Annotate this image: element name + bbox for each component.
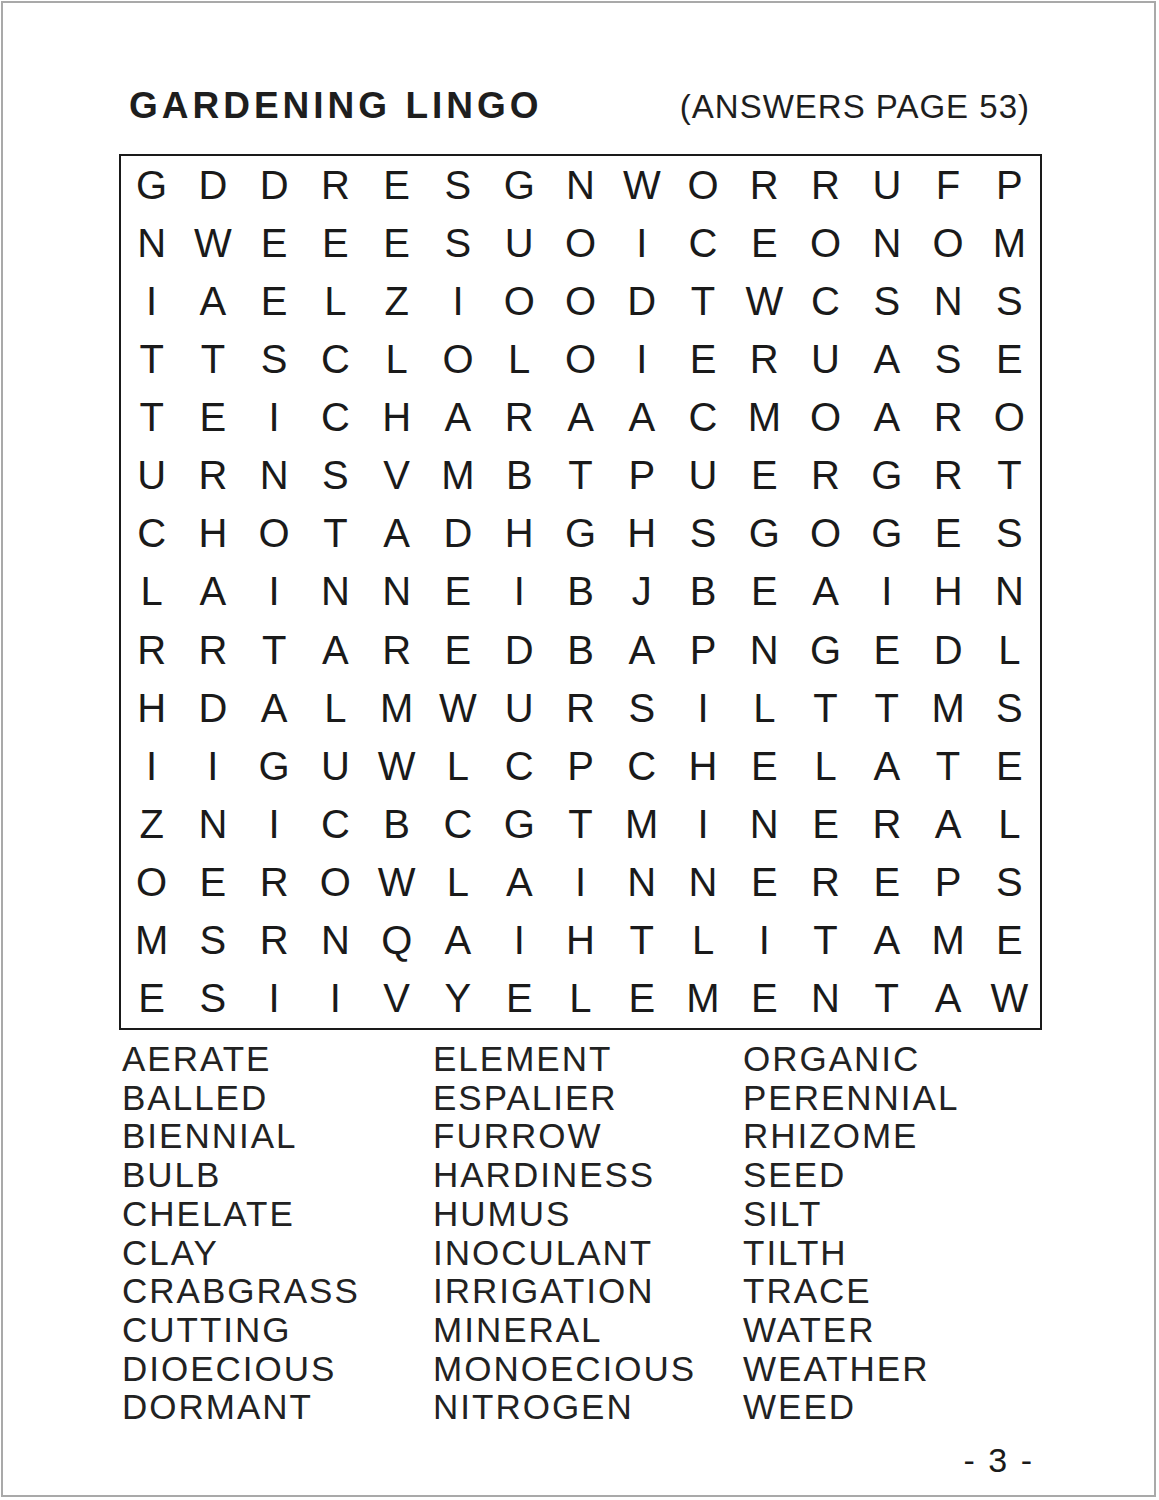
grid-cell[interactable]: O bbox=[795, 214, 856, 272]
puzzle-title: GARDENING LINGO bbox=[129, 87, 543, 124]
grid-cell[interactable]: I bbox=[244, 970, 305, 1028]
grid-cell[interactable]: H bbox=[182, 505, 243, 563]
grid-cell[interactable]: U bbox=[795, 330, 856, 388]
grid-cell[interactable]: O bbox=[550, 330, 611, 388]
word-list-item: ELEMENT bbox=[433, 1040, 696, 1079]
grid-cell[interactable]: P bbox=[611, 447, 672, 505]
grid-cell[interactable]: I bbox=[244, 563, 305, 621]
grid-cell[interactable]: R bbox=[734, 156, 795, 214]
grid-cell[interactable]: U bbox=[672, 447, 733, 505]
grid-cell[interactable]: T bbox=[917, 737, 978, 795]
word-list-item: CHELATE bbox=[122, 1195, 360, 1234]
grid-cell[interactable]: M bbox=[366, 679, 427, 737]
grid-cell[interactable]: S bbox=[917, 330, 978, 388]
page: GARDENING LINGO (ANSWERS PAGE 53) GDDRES… bbox=[1, 1, 1156, 1497]
grid-cell[interactable]: G bbox=[856, 447, 917, 505]
grid-cell[interactable]: T bbox=[182, 330, 243, 388]
grid-cell[interactable]: R bbox=[244, 912, 305, 970]
grid-cell[interactable]: T bbox=[550, 795, 611, 853]
word-list-item: WEED bbox=[743, 1388, 959, 1427]
grid-cell[interactable]: N bbox=[305, 563, 366, 621]
grid-cell[interactable]: G bbox=[121, 156, 182, 214]
grid-cell[interactable]: D bbox=[182, 156, 243, 214]
grid-cell[interactable]: M bbox=[917, 912, 978, 970]
grid-cell[interactable]: G bbox=[795, 621, 856, 679]
grid-cell[interactable]: A bbox=[244, 679, 305, 737]
word-list-column-1: AERATEBALLEDBIENNIALBULBCHELATECLAYCRABG… bbox=[122, 1040, 360, 1427]
grid-cell[interactable]: P bbox=[550, 737, 611, 795]
grid-cell[interactable]: A bbox=[489, 854, 550, 912]
grid-cell[interactable]: R bbox=[489, 389, 550, 447]
grid-cell[interactable]: L bbox=[550, 970, 611, 1028]
grid-cell[interactable]: R bbox=[795, 156, 856, 214]
grid-cell[interactable]: Z bbox=[366, 272, 427, 330]
grid-cell[interactable]: R bbox=[305, 156, 366, 214]
grid-cell[interactable]: W bbox=[611, 156, 672, 214]
grid-cell[interactable]: P bbox=[672, 621, 733, 679]
grid-cell[interactable]: N bbox=[366, 563, 427, 621]
grid-cell[interactable]: E bbox=[182, 854, 243, 912]
grid-cell[interactable]: M bbox=[734, 389, 795, 447]
word-list-item: CUTTING bbox=[122, 1311, 360, 1350]
grid-cell[interactable]: L bbox=[305, 272, 366, 330]
grid-cell[interactable]: O bbox=[550, 214, 611, 272]
grid-cell[interactable]: S bbox=[856, 272, 917, 330]
grid-cell[interactable]: H bbox=[489, 505, 550, 563]
grid-cell[interactable]: O bbox=[244, 505, 305, 563]
grid-cell[interactable]: D bbox=[182, 679, 243, 737]
word-list-item: TRACE bbox=[743, 1272, 959, 1311]
grid-cell[interactable]: E bbox=[917, 505, 978, 563]
page-number: - 3 - bbox=[964, 1441, 1034, 1480]
word-list-item: WATER bbox=[743, 1311, 959, 1350]
grid-cell[interactable]: S bbox=[427, 156, 488, 214]
word-list-column-3: ORGANICPERENNIALRHIZOMESEEDSILTTILTHTRAC… bbox=[743, 1040, 959, 1427]
grid-cell[interactable]: T bbox=[611, 912, 672, 970]
grid-cell[interactable]: O bbox=[917, 214, 978, 272]
grid-cell[interactable]: I bbox=[611, 214, 672, 272]
grid-cell[interactable]: I bbox=[672, 679, 733, 737]
grid-cell[interactable]: L bbox=[121, 563, 182, 621]
grid-cell[interactable]: R bbox=[795, 854, 856, 912]
grid-cell[interactable]: A bbox=[305, 621, 366, 679]
grid-cell[interactable]: O bbox=[795, 389, 856, 447]
grid-cell[interactable]: M bbox=[917, 679, 978, 737]
grid-cell[interactable]: G bbox=[856, 505, 917, 563]
grid-cell[interactable]: Q bbox=[366, 912, 427, 970]
grid-cell[interactable]: E bbox=[366, 156, 427, 214]
grid-cell[interactable]: D bbox=[427, 505, 488, 563]
grid-cell[interactable]: A bbox=[856, 912, 917, 970]
grid-cell[interactable]: H bbox=[121, 679, 182, 737]
grid-cell[interactable]: N bbox=[244, 447, 305, 505]
grid-cell[interactable]: A bbox=[856, 737, 917, 795]
word-list-item: MINERAL bbox=[433, 1311, 696, 1350]
grid-cell[interactable]: U bbox=[489, 679, 550, 737]
grid-cell[interactable]: E bbox=[611, 970, 672, 1028]
grid-cell[interactable]: O bbox=[795, 505, 856, 563]
grid-cell[interactable]: E bbox=[121, 970, 182, 1028]
word-list-item: ESPALIER bbox=[433, 1079, 696, 1118]
word-list-item: BIENNIAL bbox=[122, 1117, 360, 1156]
grid-cell[interactable]: U bbox=[305, 737, 366, 795]
grid-cell[interactable]: H bbox=[611, 505, 672, 563]
grid-cell[interactable]: M bbox=[611, 795, 672, 853]
grid-cell[interactable]: G bbox=[489, 156, 550, 214]
answers-note: (ANSWERS PAGE 53) bbox=[680, 90, 1030, 123]
grid-cell[interactable]: O bbox=[305, 854, 366, 912]
grid-cell[interactable]: W bbox=[979, 970, 1040, 1028]
grid-cell[interactable]: S bbox=[672, 505, 733, 563]
grid-cell[interactable]: A bbox=[795, 563, 856, 621]
grid-cell[interactable]: S bbox=[979, 679, 1040, 737]
grid-cell[interactable]: L bbox=[427, 854, 488, 912]
word-list-item: HARDINESS bbox=[433, 1156, 696, 1195]
grid-cell[interactable]: T bbox=[121, 389, 182, 447]
grid-cell[interactable]: G bbox=[244, 737, 305, 795]
grid-cell[interactable]: E bbox=[734, 447, 795, 505]
grid-cell[interactable]: A bbox=[550, 389, 611, 447]
word-list-item: NITROGEN bbox=[433, 1388, 696, 1427]
grid-cell[interactable]: H bbox=[917, 563, 978, 621]
grid-cell[interactable]: A bbox=[182, 272, 243, 330]
grid-cell[interactable]: C bbox=[427, 795, 488, 853]
grid-cell[interactable]: N bbox=[305, 912, 366, 970]
word-list-item: CLAY bbox=[122, 1234, 360, 1273]
grid-cell[interactable]: R bbox=[182, 621, 243, 679]
word-list-item: INOCULANT bbox=[433, 1234, 696, 1273]
grid-cell[interactable]: E bbox=[244, 272, 305, 330]
grid-cell[interactable]: D bbox=[917, 621, 978, 679]
word-list-item: MONOECIOUS bbox=[433, 1350, 696, 1389]
grid-cell[interactable]: B bbox=[550, 563, 611, 621]
grid-cell[interactable]: W bbox=[734, 272, 795, 330]
grid-cell[interactable]: M bbox=[427, 447, 488, 505]
grid-cell[interactable]: A bbox=[427, 912, 488, 970]
grid-cell[interactable]: C bbox=[489, 737, 550, 795]
grid-cell[interactable]: Y bbox=[427, 970, 488, 1028]
grid-cell[interactable]: E bbox=[734, 563, 795, 621]
grid-cell[interactable]: S bbox=[182, 912, 243, 970]
grid-cell[interactable]: O bbox=[121, 854, 182, 912]
grid-cell[interactable]: E bbox=[366, 214, 427, 272]
grid-cell[interactable]: M bbox=[979, 214, 1040, 272]
grid-cell[interactable]: A bbox=[611, 389, 672, 447]
grid-cell[interactable]: C bbox=[305, 795, 366, 853]
grid-cell[interactable]: E bbox=[427, 563, 488, 621]
grid-cell[interactable]: O bbox=[427, 330, 488, 388]
word-list-item: DIOECIOUS bbox=[122, 1350, 360, 1389]
grid-cell[interactable]: I bbox=[244, 795, 305, 853]
grid-cell[interactable]: B bbox=[672, 563, 733, 621]
grid-cell[interactable]: C bbox=[672, 214, 733, 272]
grid-cell[interactable]: E bbox=[672, 330, 733, 388]
word-list-item: BULB bbox=[122, 1156, 360, 1195]
grid-cell[interactable]: V bbox=[366, 970, 427, 1028]
word-list-item: FURROW bbox=[433, 1117, 696, 1156]
grid-cell[interactable]: L bbox=[427, 737, 488, 795]
grid-cell[interactable]: N bbox=[182, 795, 243, 853]
grid-cell[interactable]: R bbox=[182, 447, 243, 505]
grid-cell[interactable]: G bbox=[489, 795, 550, 853]
grid-cell[interactable]: E bbox=[734, 214, 795, 272]
grid-cell[interactable]: L bbox=[795, 737, 856, 795]
grid-cell[interactable]: E bbox=[489, 970, 550, 1028]
word-list-item: CRABGRASS bbox=[122, 1272, 360, 1311]
grid-cell[interactable]: F bbox=[917, 156, 978, 214]
grid-cell[interactable]: A bbox=[917, 970, 978, 1028]
grid-cell[interactable]: L bbox=[305, 679, 366, 737]
grid-cell[interactable]: W bbox=[182, 214, 243, 272]
grid-cell[interactable]: S bbox=[611, 679, 672, 737]
grid-cell[interactable]: E bbox=[734, 970, 795, 1028]
grid-cell[interactable]: E bbox=[856, 621, 917, 679]
grid-cell[interactable]: I bbox=[734, 912, 795, 970]
grid-cell[interactable]: E bbox=[182, 389, 243, 447]
grid-cell[interactable]: R bbox=[550, 679, 611, 737]
grid-cell[interactable]: T bbox=[244, 621, 305, 679]
grid-cell[interactable]: M bbox=[672, 970, 733, 1028]
grid-cell[interactable]: I bbox=[856, 563, 917, 621]
grid-cell[interactable]: N bbox=[979, 563, 1040, 621]
grid-cell[interactable]: U bbox=[121, 447, 182, 505]
grid-cell[interactable]: A bbox=[856, 330, 917, 388]
grid-cell[interactable]: O bbox=[550, 272, 611, 330]
grid-cell[interactable]: I bbox=[672, 795, 733, 853]
grid-cell[interactable]: A bbox=[182, 563, 243, 621]
grid-cell[interactable]: B bbox=[366, 795, 427, 853]
grid-cell[interactable]: T bbox=[305, 505, 366, 563]
word-list-item: SEED bbox=[743, 1156, 959, 1195]
grid-cell[interactable]: L bbox=[979, 795, 1040, 853]
grid-cell[interactable]: I bbox=[121, 737, 182, 795]
grid-cell[interactable]: J bbox=[611, 563, 672, 621]
grid-cell[interactable]: N bbox=[672, 854, 733, 912]
grid-cell[interactable]: E bbox=[856, 854, 917, 912]
word-list-item: SILT bbox=[743, 1195, 959, 1234]
grid-cell[interactable]: E bbox=[734, 737, 795, 795]
grid-cell[interactable]: H bbox=[672, 737, 733, 795]
grid-cell[interactable]: I bbox=[182, 737, 243, 795]
grid-cell[interactable]: I bbox=[611, 330, 672, 388]
grid-cell[interactable]: C bbox=[121, 505, 182, 563]
grid-cell[interactable]: S bbox=[182, 970, 243, 1028]
grid-cell[interactable]: U bbox=[856, 156, 917, 214]
grid-cell[interactable]: I bbox=[244, 389, 305, 447]
grid-cell[interactable]: Z bbox=[121, 795, 182, 853]
word-list-item: IRRIGATION bbox=[433, 1272, 696, 1311]
grid-cell[interactable]: D bbox=[244, 156, 305, 214]
grid-cell[interactable]: H bbox=[550, 912, 611, 970]
grid-cell[interactable]: C bbox=[672, 389, 733, 447]
grid-cell[interactable]: A bbox=[611, 621, 672, 679]
grid-cell[interactable]: I bbox=[489, 563, 550, 621]
grid-cell[interactable]: R bbox=[244, 854, 305, 912]
grid-cell[interactable]: E bbox=[979, 912, 1040, 970]
grid-cell[interactable]: T bbox=[121, 330, 182, 388]
grid-cell[interactable]: I bbox=[550, 854, 611, 912]
grid-cell[interactable]: A bbox=[366, 505, 427, 563]
grid-cell[interactable]: I bbox=[121, 272, 182, 330]
grid-cell[interactable]: L bbox=[734, 679, 795, 737]
grid-cell[interactable]: N bbox=[611, 854, 672, 912]
grid-cell[interactable]: O bbox=[489, 272, 550, 330]
word-list-item: RHIZOME bbox=[743, 1117, 959, 1156]
grid-cell[interactable]: C bbox=[611, 737, 672, 795]
grid-cell[interactable]: I bbox=[489, 912, 550, 970]
grid-cell[interactable]: C bbox=[305, 330, 366, 388]
grid-cell[interactable]: A bbox=[427, 389, 488, 447]
grid-cell[interactable]: C bbox=[305, 389, 366, 447]
grid-cell[interactable]: L bbox=[672, 912, 733, 970]
grid-cell[interactable]: T bbox=[856, 679, 917, 737]
grid-cell[interactable]: N bbox=[856, 214, 917, 272]
word-list-item: WEATHER bbox=[743, 1350, 959, 1389]
word-list-item: ORGANIC bbox=[743, 1040, 959, 1079]
grid-cell[interactable]: R bbox=[856, 795, 917, 853]
grid-cell[interactable]: A bbox=[917, 795, 978, 853]
grid-cell[interactable]: L bbox=[979, 621, 1040, 679]
grid-cell[interactable]: V bbox=[366, 447, 427, 505]
grid-cell[interactable]: R bbox=[121, 621, 182, 679]
grid-cell[interactable]: R bbox=[734, 330, 795, 388]
grid-cell[interactable]: T bbox=[672, 272, 733, 330]
grid-cell[interactable]: T bbox=[550, 447, 611, 505]
grid-cell[interactable]: B bbox=[550, 621, 611, 679]
grid-cell[interactable]: C bbox=[795, 272, 856, 330]
grid-cell[interactable]: M bbox=[121, 912, 182, 970]
grid-cell[interactable]: E bbox=[244, 214, 305, 272]
grid-cell[interactable]: E bbox=[979, 737, 1040, 795]
grid-cell[interactable]: R bbox=[917, 447, 978, 505]
word-list-item: HUMUS bbox=[433, 1195, 696, 1234]
grid-cell[interactable]: E bbox=[979, 330, 1040, 388]
word-list-item: DORMANT bbox=[122, 1388, 360, 1427]
grid-cell[interactable]: G bbox=[734, 505, 795, 563]
grid-cell[interactable]: O bbox=[672, 156, 733, 214]
grid-cell[interactable]: I bbox=[427, 272, 488, 330]
grid-cell[interactable]: W bbox=[427, 679, 488, 737]
word-list-item: TILTH bbox=[743, 1234, 959, 1273]
grid-cell[interactable]: T bbox=[979, 447, 1040, 505]
grid-cell[interactable]: S bbox=[979, 505, 1040, 563]
grid-cell[interactable]: S bbox=[244, 330, 305, 388]
grid-cell[interactable]: E bbox=[427, 621, 488, 679]
grid-cell[interactable]: W bbox=[366, 854, 427, 912]
grid-cell[interactable]: S bbox=[305, 447, 366, 505]
grid-cell[interactable]: A bbox=[856, 389, 917, 447]
word-list-item: AERATE bbox=[122, 1040, 360, 1079]
grid-cell[interactable]: S bbox=[979, 272, 1040, 330]
grid-cell[interactable]: N bbox=[917, 272, 978, 330]
grid-cell[interactable]: N bbox=[550, 156, 611, 214]
grid-cell[interactable]: N bbox=[121, 214, 182, 272]
word-list-item: BALLED bbox=[122, 1079, 360, 1118]
grid-cell[interactable]: S bbox=[979, 854, 1040, 912]
word-search-grid: GDDRESGNWORRUFPNWEEESUOICEONOMIAELZIOODT… bbox=[119, 154, 1042, 1030]
grid-cell[interactable]: W bbox=[366, 737, 427, 795]
grid-cell[interactable]: N bbox=[734, 795, 795, 853]
grid-cell[interactable]: P bbox=[979, 156, 1040, 214]
grid-cell[interactable]: T bbox=[856, 970, 917, 1028]
grid-cell[interactable]: H bbox=[366, 389, 427, 447]
grid-cell[interactable]: I bbox=[305, 970, 366, 1028]
grid-cell[interactable]: N bbox=[734, 621, 795, 679]
grid-cell[interactable]: R bbox=[366, 621, 427, 679]
grid-cell[interactable]: T bbox=[795, 912, 856, 970]
grid-cell[interactable]: T bbox=[795, 679, 856, 737]
grid-cell[interactable]: S bbox=[427, 214, 488, 272]
grid-cell[interactable]: G bbox=[550, 505, 611, 563]
grid-cell[interactable]: U bbox=[489, 214, 550, 272]
grid-cell[interactable]: L bbox=[366, 330, 427, 388]
grid-cell[interactable]: R bbox=[917, 389, 978, 447]
word-list-item: PERENNIAL bbox=[743, 1079, 959, 1118]
grid-cell[interactable]: B bbox=[489, 447, 550, 505]
grid-cell[interactable]: D bbox=[489, 621, 550, 679]
grid-cell[interactable]: O bbox=[979, 389, 1040, 447]
grid-cell[interactable]: N bbox=[795, 970, 856, 1028]
grid-cell[interactable]: E bbox=[734, 854, 795, 912]
grid-cell[interactable]: E bbox=[795, 795, 856, 853]
grid-cell[interactable]: R bbox=[795, 447, 856, 505]
grid-cell[interactable]: P bbox=[917, 854, 978, 912]
grid-cell[interactable]: D bbox=[611, 272, 672, 330]
word-list-column-2: ELEMENTESPALIERFURROWHARDINESSHUMUSINOCU… bbox=[433, 1040, 696, 1427]
grid-cell[interactable]: L bbox=[489, 330, 550, 388]
grid-cell[interactable]: E bbox=[305, 214, 366, 272]
